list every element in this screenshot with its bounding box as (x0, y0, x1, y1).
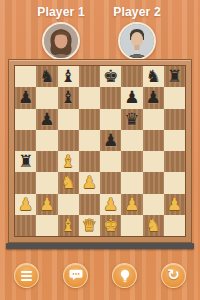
piece-white-knight: ♞ (61, 174, 76, 191)
piece-black-bishop: ♝ (61, 89, 76, 106)
chat-button[interactable] (63, 263, 88, 288)
piece-black-pawn: ♟ (124, 89, 139, 106)
player2-panel: Player 2 (102, 5, 172, 60)
square-d5[interactable] (79, 130, 100, 151)
square-a6[interactable] (15, 109, 36, 130)
square-c6[interactable] (58, 109, 79, 130)
hint-button[interactable] (112, 263, 137, 288)
piece-white-pawn: ♟ (39, 196, 54, 213)
square-g1[interactable]: ♞ (143, 215, 164, 236)
square-g7[interactable]: ♟ (143, 87, 164, 108)
man-portrait-image (120, 24, 154, 58)
speech-bubble-icon (69, 269, 83, 282)
piece-black-queen: ♛ (124, 111, 139, 128)
square-d7[interactable] (79, 87, 100, 108)
player2-name: Player 2 (102, 5, 172, 19)
square-d1[interactable]: ♛ (79, 215, 100, 236)
square-d2[interactable] (79, 194, 100, 215)
square-g2[interactable] (143, 194, 164, 215)
piece-white-pawn: ♟ (103, 196, 118, 213)
square-c5[interactable] (58, 130, 79, 151)
square-g3[interactable] (143, 172, 164, 193)
square-f5[interactable] (121, 130, 142, 151)
bottom-toolbar: ↻ (14, 263, 186, 288)
square-g8[interactable]: ♞ (143, 66, 164, 87)
square-h6[interactable] (164, 109, 185, 130)
square-b2[interactable]: ♟ (36, 194, 57, 215)
square-c2[interactable] (58, 194, 79, 215)
square-h4[interactable] (164, 151, 185, 172)
square-f6[interactable]: ♛ (121, 109, 142, 130)
square-a4[interactable]: ♜ (15, 151, 36, 172)
square-h7[interactable] (164, 87, 185, 108)
menu-button[interactable] (14, 263, 39, 288)
square-h5[interactable] (164, 130, 185, 151)
square-d4[interactable] (79, 151, 100, 172)
square-h1[interactable] (164, 215, 185, 236)
square-a2[interactable]: ♟ (15, 194, 36, 215)
piece-white-knight: ♞ (146, 217, 161, 234)
piece-white-queen: ♛ (82, 217, 97, 234)
square-c4[interactable]: ♝ (58, 151, 79, 172)
piece-white-pawn: ♟ (18, 196, 33, 213)
square-b8[interactable]: ♞ (36, 66, 57, 87)
square-e5[interactable]: ♟ (100, 130, 121, 151)
piece-black-knight: ♞ (39, 68, 54, 85)
piece-black-knight: ♞ (146, 68, 161, 85)
piece-black-pawn: ♟ (18, 89, 33, 106)
square-g6[interactable] (143, 109, 164, 130)
square-h2[interactable]: ♟ (164, 194, 185, 215)
square-e2[interactable]: ♟ (100, 194, 121, 215)
square-h3[interactable] (164, 172, 185, 193)
square-a7[interactable]: ♟ (15, 87, 36, 108)
square-e8[interactable]: ♚ (100, 66, 121, 87)
square-e3[interactable] (100, 172, 121, 193)
square-e1[interactable]: ♚ (100, 215, 121, 236)
square-f7[interactable]: ♟ (121, 87, 142, 108)
piece-white-bishop: ♝ (61, 153, 76, 170)
piece-white-pawn: ♟ (82, 174, 97, 191)
square-c7[interactable]: ♝ (58, 87, 79, 108)
chess-board-frame: ♞♝♚♞♜♟♝♟♟♟♛♟♜♝♞♟♟♟♟♟♟♝♛♚♞ (8, 59, 192, 243)
square-h8[interactable]: ♜ (164, 66, 185, 87)
piece-black-pawn: ♟ (103, 132, 118, 149)
piece-black-king: ♚ (103, 68, 118, 85)
chess-board: ♞♝♚♞♜♟♝♟♟♟♛♟♜♝♞♟♟♟♟♟♟♝♛♚♞ (14, 65, 186, 237)
piece-black-pawn: ♟ (39, 111, 54, 128)
piece-white-bishop: ♝ (61, 217, 76, 234)
player1-avatar (42, 22, 80, 60)
lightbulb-icon (119, 269, 131, 283)
square-g4[interactable] (143, 151, 164, 172)
square-e6[interactable] (100, 109, 121, 130)
square-f2[interactable]: ♟ (121, 194, 142, 215)
square-f1[interactable] (121, 215, 142, 236)
hamburger-icon (21, 269, 32, 283)
square-a1[interactable] (15, 215, 36, 236)
square-b1[interactable] (36, 215, 57, 236)
woman-portrait-image (44, 24, 78, 58)
piece-black-bishop: ♝ (61, 68, 76, 85)
square-b7[interactable] (36, 87, 57, 108)
app-root: Player 1 Player 2 ♞♝♚♞♜♟♝♟♟♟♛♟♜ (0, 0, 200, 300)
square-f4[interactable] (121, 151, 142, 172)
piece-black-rook: ♜ (167, 68, 182, 85)
square-c8[interactable]: ♝ (58, 66, 79, 87)
square-g5[interactable] (143, 130, 164, 151)
square-c3[interactable]: ♞ (58, 172, 79, 193)
piece-white-pawn: ♟ (167, 196, 182, 213)
piece-black-pawn: ♟ (146, 89, 161, 106)
piece-white-king: ♚ (103, 217, 118, 234)
square-a5[interactable] (15, 130, 36, 151)
square-d6[interactable] (79, 109, 100, 130)
player1-name: Player 1 (26, 5, 96, 19)
restart-button[interactable]: ↻ (161, 263, 186, 288)
piece-black-rook: ♜ (18, 153, 33, 170)
square-a3[interactable] (15, 172, 36, 193)
player2-avatar (118, 22, 156, 60)
square-b4[interactable] (36, 151, 57, 172)
square-b6[interactable]: ♟ (36, 109, 57, 130)
square-e4[interactable] (100, 151, 121, 172)
player1-panel: Player 1 (26, 5, 96, 60)
square-d8[interactable] (79, 66, 100, 87)
circular-arrow-icon: ↻ (167, 268, 180, 283)
square-b3[interactable] (36, 172, 57, 193)
piece-white-pawn: ♟ (124, 196, 139, 213)
square-f3[interactable] (121, 172, 142, 193)
square-b5[interactable] (36, 130, 57, 151)
square-f8[interactable] (121, 66, 142, 87)
square-c1[interactable]: ♝ (58, 215, 79, 236)
square-a8[interactable] (15, 66, 36, 87)
square-d3[interactable]: ♟ (79, 172, 100, 193)
square-e7[interactable] (100, 87, 121, 108)
